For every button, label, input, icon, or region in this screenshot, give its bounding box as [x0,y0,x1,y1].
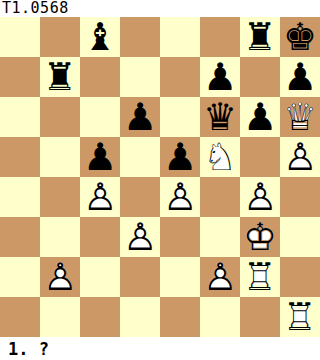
square-h5[interactable]: ♟♙ [280,137,320,177]
square-b3[interactable] [40,217,80,257]
square-b8[interactable] [40,17,80,57]
square-b7[interactable]: ♜ [40,57,80,97]
square-g2[interactable]: ♜♖ [240,257,280,297]
square-b2[interactable]: ♟♙ [40,257,80,297]
puzzle-id-title: T1.0568 [0,0,320,17]
piece-black-rook: ♜ [240,17,280,57]
piece-white-pawn-outline: ♙ [240,177,280,217]
square-f6[interactable]: ♛ [200,97,240,137]
square-h4[interactable] [280,177,320,217]
piece-white-queen: ♛ [280,97,320,137]
piece-white-pawn-outline: ♙ [40,257,80,297]
square-f5[interactable]: ♞♘ [200,137,240,177]
move-prompt: 1. ? [0,337,320,360]
square-g5[interactable] [240,137,280,177]
square-d8[interactable] [120,17,160,57]
square-d7[interactable] [120,57,160,97]
square-c5[interactable]: ♟ [80,137,120,177]
square-e4[interactable]: ♟♙ [160,177,200,217]
square-a7[interactable] [0,57,40,97]
square-c8[interactable]: ♝ [80,17,120,57]
piece-white-queen-outline: ♕ [280,97,320,137]
square-f2[interactable]: ♟♙ [200,257,240,297]
square-f3[interactable] [200,217,240,257]
square-a6[interactable] [0,97,40,137]
square-f1[interactable] [200,297,240,337]
square-f7[interactable]: ♟ [200,57,240,97]
square-a1[interactable] [0,297,40,337]
square-g3[interactable]: ♚♔ [240,217,280,257]
square-c6[interactable] [80,97,120,137]
piece-black-pawn: ♟ [280,57,320,97]
square-h7[interactable]: ♟ [280,57,320,97]
square-b1[interactable] [40,297,80,337]
piece-black-pawn: ♟ [120,97,160,137]
square-c2[interactable] [80,257,120,297]
piece-white-king: ♚ [240,217,280,257]
square-a8[interactable] [0,17,40,57]
piece-white-pawn: ♟ [280,137,320,177]
square-e5[interactable]: ♟ [160,137,200,177]
piece-white-pawn-outline: ♙ [120,217,160,257]
square-a4[interactable] [0,177,40,217]
piece-white-pawn: ♟ [160,177,200,217]
square-a3[interactable] [0,217,40,257]
piece-black-queen: ♛ [200,97,240,137]
square-d5[interactable] [120,137,160,177]
piece-white-pawn-outline: ♙ [200,257,240,297]
piece-white-pawn: ♟ [200,257,240,297]
square-h6[interactable]: ♛♕ [280,97,320,137]
square-g7[interactable] [240,57,280,97]
square-e7[interactable] [160,57,200,97]
piece-black-rook: ♜ [40,57,80,97]
piece-black-pawn: ♟ [160,137,200,177]
piece-white-rook: ♜ [240,257,280,297]
square-e2[interactable] [160,257,200,297]
square-h3[interactable] [280,217,320,257]
square-e8[interactable] [160,17,200,57]
square-c4[interactable]: ♟♙ [80,177,120,217]
square-a5[interactable] [0,137,40,177]
piece-white-knight: ♞ [200,137,240,177]
square-b5[interactable] [40,137,80,177]
square-d1[interactable] [120,297,160,337]
piece-white-pawn-outline: ♙ [280,137,320,177]
piece-white-rook-outline: ♖ [240,257,280,297]
piece-white-pawn: ♟ [120,217,160,257]
square-b4[interactable] [40,177,80,217]
piece-black-bishop: ♝ [80,17,120,57]
piece-white-rook: ♜ [280,297,320,337]
square-e3[interactable] [160,217,200,257]
piece-black-king: ♚ [280,17,320,57]
square-g8[interactable]: ♜ [240,17,280,57]
square-h8[interactable]: ♚ [280,17,320,57]
square-d4[interactable] [120,177,160,217]
piece-white-pawn-outline: ♙ [80,177,120,217]
square-b6[interactable] [40,97,80,137]
square-e1[interactable] [160,297,200,337]
square-c1[interactable] [80,297,120,337]
square-g1[interactable] [240,297,280,337]
square-d2[interactable] [120,257,160,297]
piece-white-king-outline: ♔ [240,217,280,257]
piece-black-pawn: ♟ [80,137,120,177]
square-a2[interactable] [0,257,40,297]
square-c3[interactable] [80,217,120,257]
piece-white-rook-outline: ♖ [280,297,320,337]
chess-board: ♝♜♚♜♟♟♟♛♟♛♕♟♟♞♘♟♙♟♙♟♙♟♙♟♙♚♔♟♙♟♙♜♖♜♖ [0,17,320,337]
square-f8[interactable] [200,17,240,57]
square-g6[interactable]: ♟ [240,97,280,137]
square-e6[interactable] [160,97,200,137]
piece-white-pawn: ♟ [80,177,120,217]
square-f4[interactable] [200,177,240,217]
piece-white-knight-outline: ♘ [200,137,240,177]
piece-white-pawn: ♟ [240,177,280,217]
square-h1[interactable]: ♜♖ [280,297,320,337]
square-c7[interactable] [80,57,120,97]
square-d3[interactable]: ♟♙ [120,217,160,257]
piece-black-pawn: ♟ [200,57,240,97]
square-h2[interactable] [280,257,320,297]
piece-white-pawn-outline: ♙ [160,177,200,217]
piece-black-pawn: ♟ [240,97,280,137]
square-g4[interactable]: ♟♙ [240,177,280,217]
piece-white-pawn: ♟ [40,257,80,297]
square-d6[interactable]: ♟ [120,97,160,137]
